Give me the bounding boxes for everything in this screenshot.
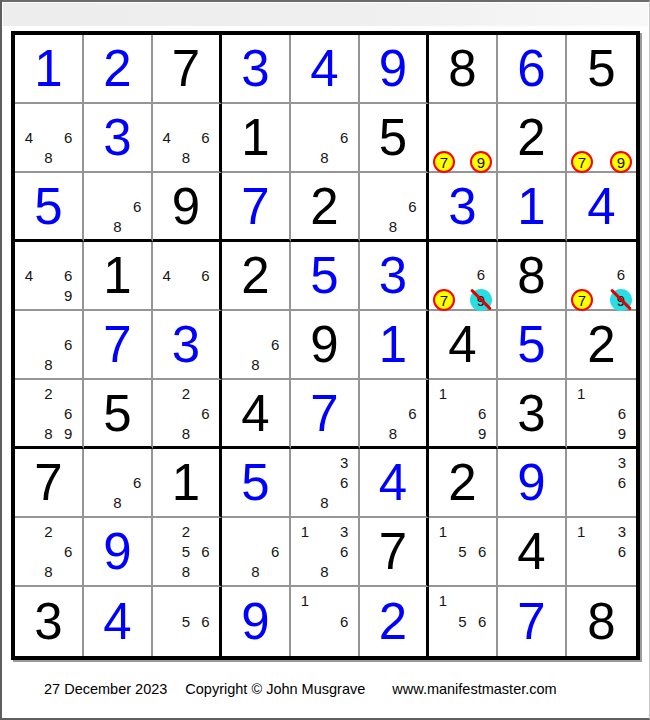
cell-r8c9[interactable]: 136 (567, 518, 636, 587)
solved-digit: 3 (103, 112, 131, 163)
candidate-5: 5 (182, 544, 190, 559)
solved-digit: 4 (310, 43, 338, 94)
candidate-9: 9 (478, 426, 486, 441)
candidate-3: 3 (618, 455, 626, 470)
cell-r7c1[interactable]: 7 (15, 449, 84, 518)
cell-r3c8[interactable]: 1 (498, 173, 567, 242)
candidate-6: 6 (271, 337, 279, 352)
solved-digit: 5 (34, 181, 62, 232)
candidate-6: 6 (201, 614, 209, 629)
given-digit: 2 (310, 181, 338, 232)
cell-r9c8[interactable]: 7 (498, 587, 567, 656)
cell-r5c9[interactable]: 2 (567, 311, 636, 380)
candidate-6: 6 (618, 406, 626, 421)
candidate-8: 8 (320, 150, 328, 165)
candidate-grid: 156 (429, 518, 496, 585)
candidate-9: 9 (64, 426, 72, 441)
given-digit: 7 (379, 526, 407, 577)
cell-r3c6[interactable]: 68 (360, 173, 429, 242)
solved-digit: 1 (34, 43, 62, 94)
cell-r3c9[interactable]: 4 (567, 173, 636, 242)
solved-digit: 7 (241, 181, 269, 232)
cell-r9c5[interactable]: 16 (291, 587, 360, 656)
solved-digit: 3 (241, 43, 269, 94)
cell-r7c8[interactable]: 9 (498, 449, 567, 518)
candidate-2: 2 (44, 386, 52, 401)
candidate-6: 6 (340, 475, 348, 490)
solved-digit: 9 (241, 596, 269, 647)
candidate-1: 1 (577, 386, 585, 401)
candidate-grid: 469 (15, 242, 82, 309)
cell-r4c7[interactable]: 679 (429, 242, 498, 311)
cell-r6c5[interactable]: 7 (291, 380, 360, 449)
cell-r2c2[interactable]: 3 (84, 104, 153, 173)
solved-digit: 4 (379, 457, 407, 508)
candidate-grid: 679 (429, 242, 496, 309)
candidate-6: 6 (408, 199, 416, 214)
cell-r7c7[interactable]: 2 (429, 449, 498, 518)
cell-r1c9[interactable]: 5 (567, 35, 636, 104)
cell-r3c5[interactable]: 2 (291, 173, 360, 242)
cell-r5c1[interactable]: 68 (15, 311, 84, 380)
candidate-7-yellow-circle: 7 (433, 151, 455, 173)
candidate-8: 8 (44, 150, 52, 165)
cell-r3c2[interactable]: 68 (84, 173, 153, 242)
cell-r8c1[interactable]: 268 (15, 518, 84, 587)
candidate-1: 1 (439, 386, 447, 401)
cell-r4c3[interactable]: 46 (153, 242, 222, 311)
solved-digit: 7 (517, 596, 545, 647)
candidate-8: 8 (44, 564, 52, 579)
candidate-6: 6 (617, 267, 625, 282)
cell-r3c1[interactable]: 5 (15, 173, 84, 242)
candidate-grid: 679 (567, 242, 636, 309)
candidate-4: 4 (162, 130, 170, 145)
candidate-9-cyan-circle-eliminated: 9 (470, 289, 492, 311)
cell-r5c5[interactable]: 9 (291, 311, 360, 380)
cell-r1c6[interactable]: 9 (360, 35, 429, 104)
candidate-9-cyan-circle-eliminated: 9 (610, 289, 632, 311)
solved-digit: 2 (103, 43, 131, 94)
cell-r4c2[interactable]: 1 (84, 242, 153, 311)
candidate-6: 6 (340, 614, 348, 629)
candidate-grid: 79 (429, 104, 496, 171)
cell-r8c6[interactable]: 7 (360, 518, 429, 587)
given-digit: 4 (517, 526, 545, 577)
candidate-8: 8 (389, 426, 397, 441)
cell-r5c7[interactable]: 4 (429, 311, 498, 380)
candidate-5: 5 (182, 614, 190, 629)
given-digit: 2 (517, 112, 545, 163)
cell-r8c3[interactable]: 2568 (153, 518, 222, 587)
candidate-grid: 68 (222, 311, 289, 378)
cell-r7c6[interactable]: 4 (360, 449, 429, 518)
solved-digit: 7 (310, 388, 338, 439)
solved-digit: 9 (379, 43, 407, 94)
cell-r2c6[interactable]: 5 (360, 104, 429, 173)
candidate-grid: 46 (153, 242, 219, 309)
cell-r1c1[interactable]: 1 (15, 35, 84, 104)
candidate-2: 2 (44, 524, 52, 539)
candidate-8: 8 (113, 495, 121, 510)
given-digit: 1 (241, 112, 269, 163)
candidate-grid: 1368 (291, 518, 358, 585)
candidate-grid: 68 (84, 173, 151, 239)
candidate-6: 6 (201, 268, 209, 283)
candidate-6: 6 (64, 337, 72, 352)
candidate-1: 1 (301, 593, 309, 608)
cell-r2c1[interactable]: 468 (15, 104, 84, 173)
given-digit: 5 (587, 43, 615, 94)
candidate-grid: 56 (153, 587, 219, 656)
candidate-3: 3 (340, 455, 348, 470)
cell-r7c4[interactable]: 5 (222, 449, 291, 518)
given-digit: 4 (241, 388, 269, 439)
candidate-8: 8 (251, 564, 259, 579)
cell-r4c1[interactable]: 469 (15, 242, 84, 311)
footer-website: www.manifestmaster.com (365, 681, 556, 697)
candidate-3: 3 (618, 524, 626, 539)
given-digit: 7 (34, 457, 62, 508)
candidate-6: 6 (340, 130, 348, 145)
candidate-9: 9 (618, 426, 626, 441)
solved-digit: 3 (379, 250, 407, 301)
cell-r1c4[interactable]: 3 (222, 35, 291, 104)
candidate-grid: 68 (84, 449, 151, 516)
candidate-6: 6 (133, 199, 141, 214)
candidate-6: 6 (618, 475, 626, 490)
solved-digit: 6 (517, 43, 545, 94)
cell-r7c2[interactable]: 68 (84, 449, 153, 518)
solved-digit: 7 (103, 319, 131, 370)
solved-digit: 5 (310, 250, 338, 301)
cell-r4c5[interactable]: 5 (291, 242, 360, 311)
cell-r2c4[interactable]: 1 (222, 104, 291, 173)
given-digit: 1 (172, 457, 200, 508)
cell-r4c6[interactable]: 3 (360, 242, 429, 311)
candidate-9: 9 (64, 288, 72, 303)
cell-r1c7[interactable]: 8 (429, 35, 498, 104)
candidate-grid: 2689 (15, 380, 82, 446)
cell-r8c7[interactable]: 156 (429, 518, 498, 587)
solved-digit: 2 (379, 596, 407, 647)
candidate-grid: 2568 (153, 518, 219, 585)
cell-r9c1[interactable]: 3 (15, 587, 84, 656)
cell-r4c4[interactable]: 2 (222, 242, 291, 311)
cell-r4c9[interactable]: 679 (567, 242, 636, 311)
given-digit: 2 (587, 319, 615, 370)
candidate-grid: 68 (360, 173, 426, 239)
cell-r9c4[interactable]: 9 (222, 587, 291, 656)
window-toolbar (3, 3, 648, 26)
cell-r6c6[interactable]: 68 (360, 380, 429, 449)
cell-r8c5[interactable]: 1368 (291, 518, 360, 587)
candidate-3: 3 (340, 524, 348, 539)
solved-digit: 5 (517, 319, 545, 370)
cell-r2c7[interactable]: 79 (429, 104, 498, 173)
cell-r3c4[interactable]: 7 (222, 173, 291, 242)
cell-r9c6[interactable]: 2 (360, 587, 429, 656)
candidate-8: 8 (251, 357, 259, 372)
cell-r1c8[interactable]: 6 (498, 35, 567, 104)
candidate-1: 1 (439, 524, 447, 539)
footer-date: 27 December 2023 (44, 681, 167, 697)
candidate-2: 2 (182, 386, 190, 401)
cell-r5c4[interactable]: 68 (222, 311, 291, 380)
cell-r1c3[interactable]: 7 (153, 35, 222, 104)
solved-digit: 9 (517, 457, 545, 508)
candidate-8: 8 (389, 219, 397, 234)
candidate-4: 4 (25, 130, 33, 145)
cell-r6c3[interactable]: 268 (153, 380, 222, 449)
candidate-6: 6 (408, 406, 416, 421)
cell-r5c2[interactable]: 7 (84, 311, 153, 380)
given-digit: 2 (241, 250, 269, 301)
candidate-6: 6 (478, 614, 486, 629)
solved-digit: 3 (448, 181, 476, 232)
cell-r3c7[interactable]: 3 (429, 173, 498, 242)
candidate-5: 5 (458, 544, 466, 559)
candidate-grid: 156 (429, 587, 496, 656)
candidate-grid: 68 (15, 311, 82, 378)
candidate-7-yellow-circle: 7 (433, 289, 455, 311)
candidate-6: 6 (64, 544, 72, 559)
candidate-grid: 169 (429, 380, 496, 446)
candidate-grid: 368 (291, 449, 358, 516)
candidate-grid: 268 (153, 380, 219, 446)
candidate-grid: 36 (567, 449, 636, 516)
cell-r8c4[interactable]: 68 (222, 518, 291, 587)
candidate-6: 6 (64, 268, 72, 283)
given-digit: 3 (34, 596, 62, 647)
given-digit: 5 (379, 112, 407, 163)
candidate-8: 8 (44, 357, 52, 372)
cell-r8c8[interactable]: 4 (498, 518, 567, 587)
cell-r1c5[interactable]: 4 (291, 35, 360, 104)
candidate-4: 4 (25, 268, 33, 283)
solved-digit: 1 (379, 319, 407, 370)
cell-r9c9[interactable]: 8 (567, 587, 636, 656)
page: 1273498654683468168579279568972683144691… (0, 0, 650, 720)
candidate-grid: 16 (291, 587, 358, 656)
candidate-6: 6 (271, 544, 279, 559)
candidate-grid: 169 (567, 380, 636, 446)
given-digit: 8 (517, 250, 545, 301)
given-digit: 1 (103, 250, 131, 301)
candidate-6: 6 (201, 130, 209, 145)
elimination-slash-icon (470, 289, 492, 311)
candidate-6: 6 (478, 544, 486, 559)
cell-r9c3[interactable]: 56 (153, 587, 222, 656)
candidate-1: 1 (301, 524, 309, 539)
cell-r3c3[interactable]: 9 (153, 173, 222, 242)
candidate-6: 6 (478, 406, 486, 421)
candidate-6: 6 (64, 130, 72, 145)
candidate-grid: 468 (15, 104, 82, 171)
candidate-1: 1 (439, 593, 447, 608)
candidate-grid: 68 (360, 380, 426, 446)
cell-r9c7[interactable]: 156 (429, 587, 498, 656)
cell-r7c3[interactable]: 1 (153, 449, 222, 518)
cell-r6c2[interactable]: 5 (84, 380, 153, 449)
cell-r6c7[interactable]: 169 (429, 380, 498, 449)
cell-r6c9[interactable]: 169 (567, 380, 636, 449)
sudoku-board: 1273498654683468168579279568972683144691… (11, 31, 640, 660)
footer-copyright: Copyright © John Musgrave (167, 681, 365, 697)
candidate-grid: 79 (567, 104, 636, 171)
candidate-8: 8 (182, 426, 190, 441)
candidate-7-yellow-circle: 7 (571, 289, 593, 311)
candidate-grid: 68 (291, 104, 358, 171)
cell-r2c9[interactable]: 79 (567, 104, 636, 173)
given-digit: 4 (448, 319, 476, 370)
cell-r1c2[interactable]: 2 (84, 35, 153, 104)
candidate-2: 2 (182, 524, 190, 539)
candidate-6: 6 (477, 267, 485, 282)
candidate-9-yellow-circle: 9 (470, 151, 492, 173)
cell-r5c3[interactable]: 3 (153, 311, 222, 380)
candidate-8: 8 (320, 564, 328, 579)
cell-r6c1[interactable]: 2689 (15, 380, 84, 449)
candidate-8: 8 (182, 564, 190, 579)
footer: 27 December 2023Copyright © John Musgrav… (44, 681, 557, 697)
solved-digit: 4 (587, 181, 615, 232)
candidate-6: 6 (133, 475, 141, 490)
candidate-8: 8 (182, 150, 190, 165)
cell-r5c8[interactable]: 5 (498, 311, 567, 380)
cell-r2c8[interactable]: 2 (498, 104, 567, 173)
candidate-5: 5 (458, 614, 466, 629)
cell-r6c8[interactable]: 3 (498, 380, 567, 449)
cell-r5c6[interactable]: 1 (360, 311, 429, 380)
candidate-6: 6 (201, 406, 209, 421)
elimination-slash-icon (610, 289, 632, 311)
given-digit: 8 (448, 43, 476, 94)
given-digit: 9 (310, 319, 338, 370)
given-digit: 5 (103, 388, 131, 439)
candidate-grid: 136 (567, 518, 636, 585)
candidate-8: 8 (44, 426, 52, 441)
solved-digit: 9 (103, 526, 131, 577)
candidate-grid: 468 (153, 104, 219, 171)
candidate-8: 8 (113, 219, 121, 234)
solved-digit: 4 (103, 596, 131, 647)
candidate-4: 4 (162, 268, 170, 283)
candidate-8: 8 (320, 495, 328, 510)
candidate-6: 6 (201, 544, 209, 559)
candidate-6: 6 (618, 544, 626, 559)
cell-r6c4[interactable]: 4 (222, 380, 291, 449)
cell-r7c9[interactable]: 36 (567, 449, 636, 518)
solved-digit: 5 (241, 457, 269, 508)
cell-r4c8[interactable]: 8 (498, 242, 567, 311)
given-digit: 3 (517, 388, 545, 439)
candidate-7-yellow-circle: 7 (571, 151, 593, 173)
given-digit: 2 (448, 457, 476, 508)
candidate-grid: 268 (15, 518, 82, 585)
cell-r8c2[interactable]: 9 (84, 518, 153, 587)
solved-digit: 1 (517, 181, 545, 232)
given-digit: 7 (172, 43, 200, 94)
given-digit: 8 (587, 596, 615, 647)
cell-r9c2[interactable]: 4 (84, 587, 153, 656)
cell-r2c3[interactable]: 468 (153, 104, 222, 173)
cell-r7c5[interactable]: 368 (291, 449, 360, 518)
solved-digit: 3 (172, 319, 200, 370)
given-digit: 9 (172, 181, 200, 232)
candidate-6: 6 (340, 544, 348, 559)
candidate-6: 6 (64, 406, 72, 421)
candidate-9-yellow-circle: 9 (610, 151, 632, 173)
candidate-grid: 68 (222, 518, 289, 585)
candidate-1: 1 (577, 524, 585, 539)
cell-r2c5[interactable]: 68 (291, 104, 360, 173)
